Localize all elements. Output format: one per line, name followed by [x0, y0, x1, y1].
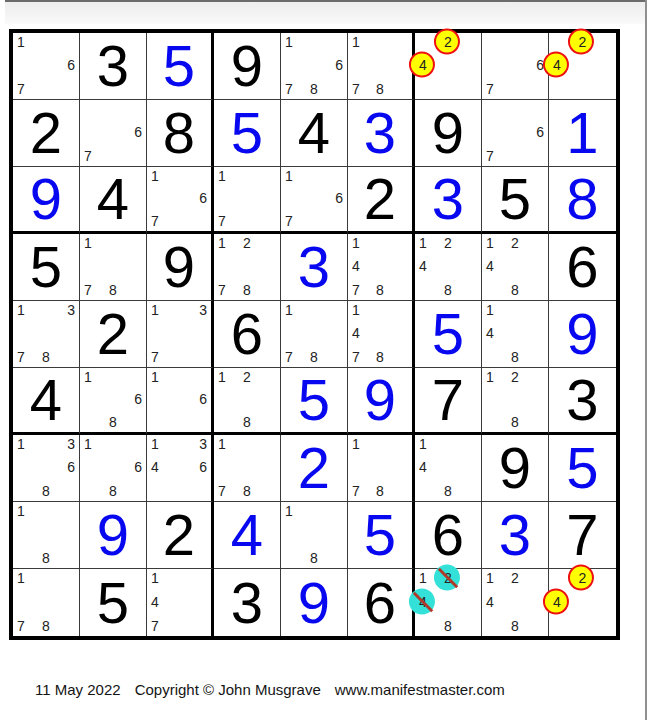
candidate-8: 8	[444, 484, 452, 498]
candidate-slot-5	[170, 592, 189, 613]
candidate-grid: 167	[17, 35, 75, 96]
candidate-grid: 168	[84, 437, 142, 498]
solved-digit: 4	[214, 502, 280, 568]
candidate-slot-2	[304, 504, 323, 524]
cell-r8c7[interactable]: 6	[415, 502, 482, 569]
candidate-slot-9	[324, 76, 343, 96]
candidate-slot-4	[84, 457, 103, 477]
given-digit: 9	[147, 234, 211, 300]
candidate-slot-4: 4	[419, 55, 438, 75]
candidate-grid: 67	[84, 102, 142, 163]
cell-r5c5[interactable]: 178	[281, 301, 348, 368]
candidate-slot-6: 6	[525, 122, 544, 142]
given-digit: 6	[549, 234, 616, 300]
solved-digit: 5	[415, 301, 481, 367]
candidate-slot-9	[188, 612, 207, 633]
given-digit: 3	[80, 33, 146, 99]
candidate-slot-1	[486, 35, 505, 55]
candidate-slot-7: 7	[151, 344, 170, 364]
candidate-slot-8	[304, 208, 323, 228]
cell-r7c7[interactable]: 148	[415, 435, 482, 502]
cell-r2c7[interactable]: 9	[415, 100, 482, 167]
candidate-slot-5	[438, 256, 457, 276]
cell-r1c3[interactable]: 5	[147, 33, 214, 100]
cell-r1c4[interactable]: 9	[214, 33, 281, 100]
candidate-grid: 24	[553, 35, 612, 96]
candidate-grid: 128	[218, 370, 276, 429]
candidate-slot-9	[525, 143, 544, 163]
candidate-1: 1	[84, 437, 92, 451]
candidate-slot-9	[56, 76, 75, 96]
candidate-slot-6	[188, 323, 207, 343]
candidate-slot-7	[419, 478, 438, 498]
cell-r8c1[interactable]: 18	[13, 502, 80, 569]
candidate-slot-4	[17, 323, 36, 343]
cell-r8c4[interactable]: 4	[214, 502, 281, 569]
cell-r7c1[interactable]: 1368	[13, 435, 80, 502]
candidate-slot-4: 4	[553, 592, 573, 613]
candidate-slot-7	[553, 76, 573, 96]
candidate-slot-5	[371, 323, 390, 343]
given-digit: 4	[80, 167, 146, 231]
cell-r4c5[interactable]: 3	[281, 234, 348, 301]
solved-digit: 9	[549, 301, 616, 367]
candidate-slot-9	[257, 277, 276, 297]
candidate-8: 8	[310, 82, 318, 96]
cell-r7c3[interactable]: 1346	[147, 435, 214, 502]
candidate-8: 8	[511, 415, 519, 429]
candidate-slot-7: 7	[84, 277, 103, 297]
candidate-7: 7	[84, 149, 92, 163]
window-titlebar-strip	[5, 0, 645, 24]
cell-r2c6[interactable]: 3	[348, 100, 415, 167]
candidate-slot-6: 6	[188, 457, 207, 477]
candidate-slot-7	[17, 478, 36, 498]
candidate-slot-1: 1	[17, 303, 36, 323]
candidate-7: 7	[17, 82, 25, 96]
candidate-slot-7: 7	[17, 344, 36, 364]
cell-r8c2[interactable]: 9	[80, 502, 147, 569]
solved-digit: 5	[549, 435, 616, 501]
candidate-slot-9	[389, 344, 408, 364]
candidate-1: 1	[419, 571, 427, 585]
cell-r4c3[interactable]: 9	[147, 234, 214, 301]
candidate-8: 8	[511, 350, 519, 364]
candidate-1: 1	[419, 437, 427, 451]
candidate-slot-3	[525, 236, 544, 256]
candidate-slot-8: 8	[438, 277, 457, 297]
cell-r3c1[interactable]: 9	[13, 167, 80, 234]
candidate-slot-4	[218, 189, 237, 209]
candidate-slot-8: 8	[304, 344, 323, 364]
given-digit: 8	[147, 100, 211, 166]
candidate-1: 1	[151, 303, 159, 317]
candidate-slot-8: 8	[304, 545, 323, 565]
candidate-slot-9	[324, 208, 343, 228]
candidate-slot-9	[56, 478, 75, 498]
candidate-slot-8: 8	[36, 478, 55, 498]
given-digit: 3	[549, 368, 616, 432]
candidate-slot-6: 6	[123, 457, 142, 477]
candidate-slot-7	[285, 545, 304, 565]
cell-r3c2[interactable]: 4	[80, 167, 147, 234]
candidate-slot-4	[285, 189, 304, 209]
candidate-grid: 178	[17, 571, 75, 633]
candidate-grid: 1248	[486, 236, 544, 297]
candidate-slot-5	[170, 457, 189, 477]
candidate-slot-8	[505, 143, 524, 163]
cell-r3c9[interactable]: 8	[549, 167, 616, 234]
candidate-slot-1: 1	[218, 169, 237, 189]
candidate-slot-5	[438, 457, 457, 477]
candidate-slot-2	[371, 35, 390, 55]
candidate-grid: 1678	[285, 35, 343, 96]
cell-r8c9[interactable]: 7	[549, 502, 616, 569]
candidate-4: 4	[151, 460, 159, 474]
cell-r1c1[interactable]: 167	[13, 33, 80, 100]
candidate-slot-9	[458, 277, 477, 297]
cell-r2c4[interactable]: 5	[214, 100, 281, 167]
candidate-slot-4	[486, 55, 505, 75]
candidate-slot-6: 6	[123, 122, 142, 142]
candidate-slot-7	[218, 409, 237, 429]
candidate-slot-7	[419, 277, 438, 297]
solved-digit: 3	[281, 234, 347, 300]
candidate-slot-7: 7	[352, 76, 371, 96]
candidate-slot-2	[103, 437, 122, 457]
candidate-slot-7: 7	[84, 143, 103, 163]
candidate-2-yellow-circle: 2	[579, 571, 587, 585]
candidate-slot-6	[458, 55, 477, 75]
candidate-slot-3	[592, 35, 612, 55]
cell-r7c4[interactable]: 178	[214, 435, 281, 502]
cell-r6c9[interactable]: 3	[549, 368, 616, 435]
candidate-1: 1	[218, 169, 226, 183]
candidate-grid: 1478	[352, 236, 408, 297]
candidate-slot-4	[285, 55, 304, 75]
candidate-4: 4	[486, 259, 494, 273]
candidate-slot-4	[17, 524, 36, 544]
candidate-1: 1	[352, 35, 360, 49]
candidate-slot-1: 1	[151, 370, 170, 390]
cell-r4c2[interactable]: 178	[80, 234, 147, 301]
solved-digit: 3	[482, 502, 548, 568]
candidate-1: 1	[151, 370, 159, 384]
candidate-slot-6	[525, 323, 544, 343]
candidate-8: 8	[109, 283, 117, 297]
cell-r3c6[interactable]: 2	[348, 167, 415, 234]
candidate-6: 6	[335, 191, 343, 205]
cell-r1c2[interactable]: 3	[80, 33, 147, 100]
candidate-slot-9	[525, 277, 544, 297]
candidate-slot-3	[188, 571, 207, 592]
candidate-slot-4	[486, 390, 505, 410]
candidate-slot-6	[56, 592, 75, 613]
cell-r5c2[interactable]: 2	[80, 301, 147, 368]
cell-r1c9[interactable]: 24	[549, 33, 616, 100]
cell-r6c8[interactable]: 128	[482, 368, 549, 435]
cell-r8c5[interactable]: 18	[281, 502, 348, 569]
candidate-slot-9	[525, 76, 544, 96]
cell-r7c6[interactable]: 178	[348, 435, 415, 502]
cell-r7c9[interactable]: 5	[549, 435, 616, 502]
candidate-slot-3	[56, 571, 75, 592]
candidate-slot-8: 8	[103, 478, 122, 498]
candidate-slot-9	[389, 277, 408, 297]
cell-r9c5[interactable]: 9	[281, 569, 348, 636]
candidate-slot-6: 6	[188, 390, 207, 410]
cell-r4c9[interactable]: 6	[549, 234, 616, 301]
candidate-8: 8	[511, 283, 519, 297]
candidate-slot-1: 1	[285, 303, 304, 323]
candidate-8: 8	[109, 415, 117, 429]
candidate-slot-6	[458, 457, 477, 477]
candidate-slot-3	[123, 370, 142, 390]
cell-r9c7[interactable]: 1248	[415, 569, 482, 636]
candidate-slot-2	[371, 437, 390, 457]
cell-r9c3[interactable]: 147	[147, 569, 214, 636]
candidate-1: 1	[17, 571, 25, 585]
candidate-slot-6	[324, 524, 343, 544]
cell-r9c8[interactable]: 1248	[482, 569, 549, 636]
cell-r5c9[interactable]: 9	[549, 301, 616, 368]
candidate-1: 1	[17, 437, 25, 451]
candidate-slot-3	[389, 303, 408, 323]
cell-r6c2[interactable]: 168	[80, 368, 147, 435]
cell-r5c7[interactable]: 5	[415, 301, 482, 368]
candidate-grid: 1378	[17, 303, 75, 364]
cell-r1c8[interactable]: 67	[482, 33, 549, 100]
candidate-grid: 16	[151, 370, 207, 429]
candidate-slot-2	[237, 169, 256, 189]
candidate-slot-7: 7	[352, 277, 371, 297]
candidate-slot-7	[486, 344, 505, 364]
candidate-slot-6: 6	[324, 55, 343, 75]
cell-r4c8[interactable]: 1248	[482, 234, 549, 301]
given-digit: 7	[415, 368, 481, 432]
candidate-slot-4	[218, 457, 237, 477]
candidate-4: 4	[486, 595, 494, 609]
candidate-slot-5	[36, 457, 55, 477]
cell-r2c3[interactable]: 8	[147, 100, 214, 167]
candidate-slot-1: 1	[218, 370, 237, 390]
cell-r7c2[interactable]: 168	[80, 435, 147, 502]
candidate-slot-4	[151, 189, 170, 209]
candidate-slot-2	[371, 303, 390, 323]
candidate-slot-8	[170, 612, 189, 633]
candidate-slot-4	[17, 55, 36, 75]
candidate-slot-2	[371, 236, 390, 256]
candidate-slot-3	[56, 35, 75, 55]
candidate-slot-1: 1	[84, 437, 103, 457]
cell-r6c6[interactable]: 9	[348, 368, 415, 435]
cell-r6c7[interactable]: 7	[415, 368, 482, 435]
candidate-slot-5	[505, 256, 524, 276]
candidate-slot-1: 1	[151, 437, 170, 457]
candidate-8: 8	[42, 484, 50, 498]
candidate-slot-2	[170, 169, 189, 189]
solved-digit: 9	[13, 167, 79, 231]
cell-r9c9[interactable]: 24	[549, 569, 616, 636]
candidate-slot-6	[257, 390, 276, 410]
cell-r4c7[interactable]: 1248	[415, 234, 482, 301]
cell-r8c8[interactable]: 3	[482, 502, 549, 569]
candidate-slot-4	[285, 524, 304, 544]
cell-r5c1[interactable]: 1378	[13, 301, 80, 368]
candidate-slot-7: 7	[151, 208, 170, 228]
cell-r4c1[interactable]: 5	[13, 234, 80, 301]
candidate-slot-2	[36, 35, 55, 55]
solved-digit: 9	[281, 569, 347, 636]
cell-r9c4[interactable]: 3	[214, 569, 281, 636]
candidate-slot-4: 4	[486, 592, 505, 613]
candidate-8: 8	[376, 82, 384, 96]
candidate-1: 1	[151, 169, 159, 183]
candidate-slot-7: 7	[285, 208, 304, 228]
candidate-7: 7	[151, 619, 159, 633]
candidate-slot-7	[84, 409, 103, 429]
candidate-4: 4	[419, 259, 427, 273]
cell-r2c5[interactable]: 4	[281, 100, 348, 167]
cell-r6c1[interactable]: 4	[13, 368, 80, 435]
candidate-6: 6	[134, 392, 142, 406]
candidate-4: 4	[151, 595, 159, 609]
cell-r4c6[interactable]: 1478	[348, 234, 415, 301]
candidate-slot-3	[188, 169, 207, 189]
candidate-1: 1	[218, 370, 226, 384]
cell-r2c2[interactable]: 67	[80, 100, 147, 167]
candidate-slot-6	[257, 189, 276, 209]
cell-r1c5[interactable]: 1678	[281, 33, 348, 100]
candidate-slot-8	[573, 76, 593, 96]
candidate-6: 6	[67, 460, 75, 474]
candidate-slot-1: 1	[486, 571, 505, 592]
cell-r5c3[interactable]: 137	[147, 301, 214, 368]
solved-digit: 5	[281, 368, 347, 432]
cell-r2c9[interactable]: 1	[549, 100, 616, 167]
cell-r7c5[interactable]: 2	[281, 435, 348, 502]
candidate-slot-7	[419, 612, 438, 633]
candidate-7: 7	[17, 350, 25, 364]
candidate-slot-9	[257, 409, 276, 429]
candidate-slot-6	[525, 390, 544, 410]
cell-r2c1[interactable]: 2	[13, 100, 80, 167]
candidate-slot-2	[170, 303, 189, 323]
candidate-grid: 1478	[352, 303, 408, 364]
candidate-slot-9	[56, 545, 75, 565]
given-digit: 6	[415, 502, 481, 568]
cell-r2c8[interactable]: 67	[482, 100, 549, 167]
cell-r4c4[interactable]: 1278	[214, 234, 281, 301]
candidate-slot-5	[573, 592, 593, 613]
cell-r3c3[interactable]: 167	[147, 167, 214, 234]
cell-r7c8[interactable]: 9	[482, 435, 549, 502]
solved-digit: 5	[147, 33, 211, 99]
candidate-slot-3: 3	[56, 303, 75, 323]
cell-r5c8[interactable]: 148	[482, 301, 549, 368]
candidate-slot-1: 1	[17, 35, 36, 55]
candidate-slot-1: 1	[17, 437, 36, 457]
given-digit: 7	[549, 502, 616, 568]
candidate-slot-8: 8	[371, 478, 390, 498]
candidate-slot-4: 4	[352, 323, 371, 343]
candidate-6: 6	[199, 191, 207, 205]
candidate-7: 7	[486, 82, 494, 96]
candidate-slot-5	[573, 55, 593, 75]
candidate-slot-2: 2	[438, 35, 457, 55]
cell-r1c6[interactable]: 178	[348, 33, 415, 100]
candidate-slot-2	[304, 169, 323, 189]
candidate-slot-9	[389, 76, 408, 96]
cell-r9c6[interactable]: 6	[348, 569, 415, 636]
solved-digit: 2	[281, 435, 347, 501]
cell-r6c4[interactable]: 128	[214, 368, 281, 435]
candidate-7: 7	[285, 214, 293, 228]
cell-r6c5[interactable]: 5	[281, 368, 348, 435]
candidate-slot-9	[123, 277, 142, 297]
candidate-slot-8	[505, 76, 524, 96]
cell-r5c6[interactable]: 1478	[348, 301, 415, 368]
cell-r9c2[interactable]: 5	[80, 569, 147, 636]
candidate-4: 4	[352, 326, 360, 340]
candidate-slot-4	[151, 323, 170, 343]
candidate-slot-7	[84, 478, 103, 498]
candidate-1: 1	[352, 236, 360, 250]
candidate-slot-8: 8	[103, 277, 122, 297]
given-digit: 9	[214, 33, 280, 99]
candidate-1: 1	[17, 504, 25, 518]
candidate-slot-7	[151, 478, 170, 498]
cell-r9c1[interactable]: 178	[13, 569, 80, 636]
candidate-7: 7	[17, 619, 25, 633]
candidate-slot-2: 2	[237, 370, 256, 390]
cell-r8c3[interactable]: 2	[147, 502, 214, 569]
candidate-1: 1	[486, 303, 494, 317]
candidate-7: 7	[486, 149, 494, 163]
candidate-slot-4	[84, 390, 103, 410]
cell-r8c6[interactable]: 5	[348, 502, 415, 569]
candidate-4-yellow-circle: 4	[553, 595, 561, 609]
given-digit: 5	[13, 234, 79, 300]
candidate-4-yellow-circle: 4	[553, 58, 561, 72]
candidate-slot-3	[525, 303, 544, 323]
candidate-slot-8: 8	[505, 612, 524, 633]
candidate-slot-6	[458, 256, 477, 276]
candidate-slot-3	[389, 437, 408, 457]
candidate-grid: 178	[84, 236, 142, 297]
cell-r3c7[interactable]: 3	[415, 167, 482, 234]
cell-r3c8[interactable]: 5	[482, 167, 549, 234]
candidate-slot-8: 8	[438, 478, 457, 498]
cell-r3c5[interactable]: 167	[281, 167, 348, 234]
candidate-slot-6	[389, 457, 408, 477]
cell-r1c7[interactable]: 24	[415, 33, 482, 100]
cell-r6c3[interactable]: 16	[147, 368, 214, 435]
candidate-slot-8: 8	[36, 344, 55, 364]
cell-r3c4[interactable]: 17	[214, 167, 281, 234]
candidate-8: 8	[310, 551, 318, 565]
candidate-slot-6	[389, 55, 408, 75]
candidate-slot-3	[324, 35, 343, 55]
candidate-3: 3	[199, 437, 207, 451]
candidate-grid: 178	[218, 437, 276, 498]
candidate-3: 3	[67, 437, 75, 451]
candidate-slot-4: 4	[151, 457, 170, 477]
cell-r5c4[interactable]: 6	[214, 301, 281, 368]
candidate-grid: 17	[218, 169, 276, 228]
candidate-slot-5	[36, 524, 55, 544]
candidate-slot-7: 7	[17, 76, 36, 96]
